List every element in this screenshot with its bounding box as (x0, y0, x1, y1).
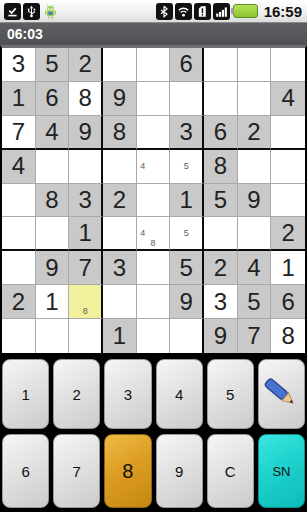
cell-r7c9[interactable]: 1 (271, 251, 305, 285)
note-digit: 4 (138, 161, 148, 171)
keypad-row-1: 1 2 3 4 5 (2, 359, 305, 429)
cell-r3c5[interactable] (137, 116, 171, 150)
cell-value: 3 (78, 188, 91, 212)
download-check-icon (4, 3, 21, 20)
cell-r2c3[interactable]: 8 (69, 82, 103, 116)
cell-value: 8 (78, 86, 91, 110)
cell-r6c6[interactable]: 5 (170, 217, 204, 251)
cell-r6c4[interactable] (103, 217, 137, 251)
cell-value: 6 (45, 86, 58, 110)
cell-r4c8[interactable] (238, 150, 272, 184)
phone-screen: 16:59 06:03 3526168947498362445883215914… (0, 0, 307, 512)
cell-value: 9 (78, 120, 91, 144)
cell-value: 2 (281, 221, 294, 245)
cell-r9c1[interactable] (2, 319, 36, 353)
cell-r9c8[interactable]: 7 (238, 319, 272, 353)
cell-r4c3[interactable] (69, 150, 103, 184)
cell-value: 2 (78, 52, 91, 76)
cell-r1c6[interactable]: 6 (170, 48, 204, 82)
cell-r5c2[interactable]: 8 (36, 184, 70, 218)
cell-value: 7 (78, 256, 91, 280)
cell-value: 8 (113, 120, 126, 144)
key-4[interactable]: 4 (156, 359, 203, 429)
cell-r8c4[interactable] (103, 285, 137, 319)
cell-value: 4 (281, 86, 294, 110)
cell-value: 1 (179, 188, 192, 212)
cell-value: 6 (214, 120, 227, 144)
cell-r1c8[interactable] (238, 48, 272, 82)
cell-value: 2 (12, 290, 25, 314)
cell-r6c7[interactable] (204, 217, 238, 251)
cell-r4c9[interactable] (271, 150, 305, 184)
usb-icon (23, 3, 40, 20)
cell-value: 3 (12, 52, 25, 76)
cell-value: 2 (113, 188, 126, 212)
sudoku-board: 3526168947498362445883215914852973524121… (0, 45, 307, 355)
cell-r7c8[interactable]: 4 (238, 251, 272, 285)
cell-r5c5[interactable] (137, 184, 171, 218)
cell-value: 1 (12, 86, 25, 110)
timer-bar: 06:03 (0, 23, 307, 45)
battery-icon (233, 4, 258, 18)
cell-value: 9 (45, 256, 58, 280)
cell-r1c4[interactable] (103, 48, 137, 82)
clear-button[interactable]: C (207, 434, 254, 508)
cell-r9c3[interactable] (69, 319, 103, 353)
cell-r9c2[interactable] (36, 319, 70, 353)
cell-r3c7[interactable]: 6 (204, 116, 238, 150)
cell-r4c5[interactable]: 4 (137, 150, 171, 184)
cell-r6c9[interactable]: 2 (271, 217, 305, 251)
cell-r7c6[interactable]: 5 (170, 251, 204, 285)
note-digit: 5 (181, 228, 191, 238)
cell-r9c7[interactable]: 9 (204, 319, 238, 353)
cell-r4c1[interactable]: 4 (2, 150, 36, 184)
cell-value: 2 (214, 256, 227, 280)
cell-r5c7[interactable]: 5 (204, 184, 238, 218)
cell-value: 5 (179, 256, 192, 280)
cell-r2c7[interactable] (204, 82, 238, 116)
cell-value: 4 (247, 256, 260, 280)
cell-r3c1[interactable]: 7 (2, 116, 36, 150)
cell-r1c3[interactable]: 2 (69, 48, 103, 82)
cell-r7c2[interactable]: 9 (36, 251, 70, 285)
timer-text: 06:03 (7, 26, 43, 42)
cell-r3c2[interactable]: 4 (36, 116, 70, 150)
cell-r8c2[interactable]: 1 (36, 285, 70, 319)
cell-value: 5 (45, 52, 58, 76)
cell-r1c2[interactable]: 5 (36, 48, 70, 82)
cell-value: 5 (214, 188, 227, 212)
cell-r2c4[interactable]: 9 (103, 82, 137, 116)
wifi-icon (175, 3, 192, 20)
cell-r7c4[interactable]: 3 (103, 251, 137, 285)
keypad: 1 2 3 4 5 6 7 8 9 C SN (0, 355, 307, 512)
cell-value: 3 (214, 290, 227, 314)
cell-r6c3[interactable]: 1 (69, 217, 103, 251)
cell-r8c6[interactable]: 9 (170, 285, 204, 319)
sn-button[interactable]: SN (258, 434, 305, 508)
cell-value: 9 (179, 290, 192, 314)
cell-r8c9[interactable]: 6 (271, 285, 305, 319)
cell-r5c4[interactable]: 2 (103, 184, 137, 218)
cell-value: 8 (281, 324, 294, 348)
cell-r5c8[interactable]: 9 (238, 184, 272, 218)
pencil-icon (262, 374, 300, 415)
status-time: 16:59 (264, 3, 302, 20)
cell-r3c4[interactable]: 8 (103, 116, 137, 150)
cell-r7c3[interactable]: 7 (69, 251, 103, 285)
key-8[interactable]: 8 (104, 434, 151, 508)
note-digit: 8 (148, 238, 158, 248)
key-2[interactable]: 2 (53, 359, 100, 429)
cell-r5c6[interactable]: 1 (170, 184, 204, 218)
cell-r3c6[interactable]: 3 (170, 116, 204, 150)
pencil-notes: 8 (70, 286, 100, 317)
note-digit: 4 (138, 228, 148, 238)
cell-r8c3[interactable]: 8 (69, 285, 103, 319)
cell-r6c5[interactable]: 48 (137, 217, 171, 251)
cell-value: 4 (45, 120, 58, 144)
key-5[interactable]: 5 (207, 359, 254, 429)
pencil-notes: 5 (171, 218, 201, 248)
cell-value: 4 (12, 154, 25, 178)
cell-r4c7[interactable]: 8 (204, 150, 238, 184)
pencil-button[interactable] (258, 359, 305, 429)
cell-value: 3 (113, 256, 126, 280)
cell-r8c7[interactable]: 3 (204, 285, 238, 319)
cell-value: 9 (113, 86, 126, 110)
pencil-notes: 5 (171, 151, 201, 182)
cell-r3c8[interactable]: 2 (238, 116, 272, 150)
cell-value: 8 (214, 154, 227, 178)
cell-value: 9 (214, 324, 227, 348)
cell-r2c2[interactable]: 6 (36, 82, 70, 116)
cell-r1c9[interactable] (271, 48, 305, 82)
cell-value: 5 (247, 290, 260, 314)
cell-r5c1[interactable] (2, 184, 36, 218)
cell-value: 6 (281, 290, 294, 314)
cell-r2c8[interactable] (238, 82, 272, 116)
key-6[interactable]: 6 (2, 434, 49, 508)
cell-value: 3 (179, 120, 192, 144)
cell-r2c1[interactable]: 1 (2, 82, 36, 116)
cell-r4c4[interactable] (103, 150, 137, 184)
note-digit: 8 (80, 307, 90, 317)
cell-r9c5[interactable] (137, 319, 171, 353)
cell-r8c8[interactable]: 5 (238, 285, 272, 319)
cell-r4c6[interactable]: 5 (170, 150, 204, 184)
cell-r2c5[interactable] (137, 82, 171, 116)
cell-r7c7[interactable]: 2 (204, 251, 238, 285)
cell-value: 7 (12, 120, 25, 144)
cell-r6c2[interactable] (36, 217, 70, 251)
cell-value: 9 (247, 188, 260, 212)
android-icon (42, 3, 59, 20)
key-9[interactable]: 9 (156, 434, 203, 508)
cell-r7c1[interactable] (2, 251, 36, 285)
cell-value: 1 (78, 221, 91, 245)
bluetooth-icon (156, 3, 173, 20)
cell-r9c9[interactable]: 8 (271, 319, 305, 353)
cell-r5c9[interactable] (271, 184, 305, 218)
keypad-row-2: 6 7 8 9 C SN (2, 434, 305, 508)
cell-r6c8[interactable] (238, 217, 272, 251)
cell-r4c2[interactable] (36, 150, 70, 184)
sim-error-icon (194, 3, 211, 20)
cell-r7c5[interactable] (137, 251, 171, 285)
cell-value: 1 (45, 290, 58, 314)
cell-value: 1 (281, 256, 294, 280)
key-3[interactable]: 3 (104, 359, 151, 429)
cell-value: 2 (247, 120, 260, 144)
cell-r6c1[interactable] (2, 217, 36, 251)
cell-value: 8 (45, 188, 58, 212)
cell-r1c1[interactable]: 3 (2, 48, 36, 82)
key-7[interactable]: 7 (53, 434, 100, 508)
cell-value: 6 (179, 52, 192, 76)
cell-r9c6[interactable] (170, 319, 204, 353)
cell-r9c4[interactable]: 1 (103, 319, 137, 353)
note-digit: 5 (181, 161, 191, 171)
cell-r3c9[interactable] (271, 116, 305, 150)
key-1[interactable]: 1 (2, 359, 49, 429)
pencil-notes: 48 (138, 218, 169, 248)
cell-value: 7 (247, 324, 260, 348)
pencil-notes: 4 (138, 151, 169, 182)
cell-r2c6[interactable] (170, 82, 204, 116)
cell-r1c5[interactable] (137, 48, 171, 82)
cell-r8c1[interactable]: 2 (2, 285, 36, 319)
cell-r2c9[interactable]: 4 (271, 82, 305, 116)
cell-r8c5[interactable] (137, 285, 171, 319)
cell-r5c3[interactable]: 3 (69, 184, 103, 218)
status-bar: 16:59 (0, 0, 307, 23)
cell-r3c3[interactable]: 9 (69, 116, 103, 150)
cell-value: 1 (113, 324, 126, 348)
cell-r1c7[interactable] (204, 48, 238, 82)
signal-bars-icon (213, 3, 230, 20)
